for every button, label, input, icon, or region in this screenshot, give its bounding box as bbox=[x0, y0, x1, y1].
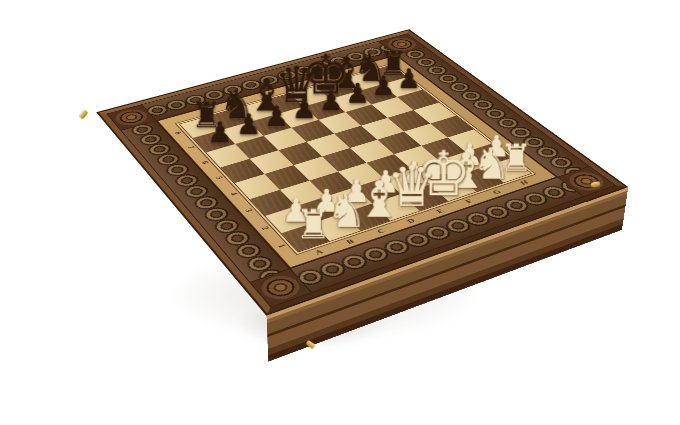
chess-set-photo: ABCDEFGH 87654321 ♜♞♝♛♚♝♞♜♟♟♟♟♟♟♟♟♟♟♟♟♟♟… bbox=[0, 0, 680, 425]
carved-chess-board: ABCDEFGH 87654321 ♜♞♝♛♚♝♞♜♟♟♟♟♟♟♟♟♟♟♟♟♟♟… bbox=[96, 29, 628, 316]
scene: ABCDEFGH 87654321 ♜♞♝♛♚♝♞♜♟♟♟♟♟♟♟♟♟♟♟♟♟♟… bbox=[0, 0, 680, 425]
